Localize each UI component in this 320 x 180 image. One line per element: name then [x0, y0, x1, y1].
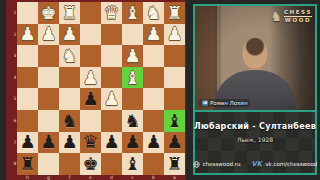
square-f2: ♟: [59, 24, 80, 46]
board-border: 12345678 hgfedcba ♚♜♛♝♞♜♟♟♟♟♟♞♟♟♝♟♟♞♞♝♟♟…: [6, 0, 186, 180]
black-pawn-c7: ♟: [124, 132, 140, 153]
black-pawn-e5: ♟: [82, 88, 98, 109]
vk-logo-icon: VK: [252, 160, 263, 168]
square-e2: [80, 24, 101, 46]
white-pawn-a2: ♟: [166, 24, 182, 45]
game-subtitle: Льеж, 1928: [237, 136, 273, 143]
white-pawn-c3: ♟: [124, 45, 140, 66]
black-king-e8: ♚: [82, 153, 98, 174]
square-f4: [59, 67, 80, 89]
square-e5: ♟: [80, 88, 101, 110]
square-d7: ♟: [101, 132, 122, 154]
square-d2: [101, 24, 122, 46]
globe-icon: [193, 161, 200, 168]
white-pawn-d5: ♟: [103, 88, 119, 109]
square-b6: [143, 110, 164, 132]
file-label-g: g: [38, 175, 59, 180]
square-a7: ♟: [164, 132, 185, 154]
white-bishop-c1: ♝: [124, 2, 140, 23]
square-b7: ♟: [143, 132, 164, 154]
square-f5: [59, 88, 80, 110]
square-b3: [143, 45, 164, 67]
square-h5: [17, 88, 38, 110]
video-thumbnail[interactable]: 12345678 hgfedcba ♚♜♛♝♞♜♟♟♟♟♟♞♟♟♝♟♟♞♞♝♟♟…: [0, 0, 320, 180]
square-b5: [143, 88, 164, 110]
square-e8: ♚: [80, 153, 101, 175]
webcam-photo: ♞ CHESS WOOD id Роман Лохин: [195, 6, 315, 110]
footer-links: chesswood.ru VK vk.com/chesswood: [195, 160, 315, 168]
file-label-c: c: [122, 175, 143, 180]
square-d5: ♟: [101, 88, 122, 110]
logo-line2: WOOD: [285, 17, 311, 24]
square-h7: ♟: [17, 132, 38, 154]
game-title: Любарский - Султанбеев: [194, 122, 316, 131]
square-d4: [101, 67, 122, 89]
file-label-e: e: [80, 175, 101, 180]
black-queen-e7: ♛: [82, 132, 98, 153]
white-pawn-g2: ♟: [40, 24, 56, 45]
square-c4: ♝: [122, 67, 143, 89]
board-grid: ♚♜♛♝♞♜♟♟♟♟♟♞♟♟♝♟♟♞♞♝♟♟♟♛♟♟♟♟♜♚♝♜: [17, 2, 185, 175]
file-label-a: a: [164, 175, 185, 180]
square-a8: ♜: [164, 153, 185, 175]
square-e4: ♟: [80, 67, 101, 89]
square-a6: ♝: [164, 110, 185, 132]
square-c1: ♝: [122, 2, 143, 24]
square-g5: [38, 88, 59, 110]
white-pawn-f2: ♟: [61, 24, 77, 45]
black-pawn-d7: ♟: [103, 132, 119, 153]
channel-logo: ♞ CHESS WOOD: [270, 9, 312, 24]
white-pawn-e4: ♟: [82, 67, 98, 88]
white-pawn-b2: ♟: [145, 24, 161, 45]
square-g1: ♚: [38, 2, 59, 24]
square-d6: [101, 110, 122, 132]
square-f7: ♟: [59, 132, 80, 154]
square-g7: ♟: [38, 132, 59, 154]
square-c7: ♟: [122, 132, 143, 154]
square-a4: [164, 67, 185, 89]
square-f8: [59, 153, 80, 175]
square-c5: [122, 88, 143, 110]
site-link-label: chesswood.ru: [203, 161, 241, 167]
square-a3: [164, 45, 185, 67]
black-pawn-g7: ♟: [40, 132, 56, 153]
square-e1: [80, 2, 101, 24]
black-pawn-f7: ♟: [61, 132, 77, 153]
black-knight-c6: ♞: [124, 110, 140, 131]
black-pawn-b7: ♟: [145, 132, 161, 153]
square-h2: ♟: [17, 24, 38, 46]
white-knight-f3: ♞: [61, 45, 77, 66]
white-king-g1: ♚: [40, 2, 56, 23]
square-e3: [80, 45, 101, 67]
square-d1: ♛: [101, 2, 122, 24]
square-h4: [17, 67, 38, 89]
square-f1: ♜: [59, 2, 80, 24]
vk-link[interactable]: VK vk.com/chesswood: [252, 160, 318, 168]
caption-area: Любарский - Султанбеев Льеж, 1928 chessw…: [195, 110, 315, 173]
vk-id-badge-icon: id: [202, 100, 208, 106]
file-label-d: d: [101, 175, 122, 180]
black-bishop-c8: ♝: [124, 153, 140, 174]
square-e6: [80, 110, 101, 132]
square-g3: [38, 45, 59, 67]
square-a1: ♜: [164, 2, 185, 24]
streamer-head: [243, 38, 268, 68]
file-label-h: h: [17, 175, 38, 180]
square-h8: ♜: [17, 153, 38, 175]
square-b4: [143, 67, 164, 89]
square-d8: [101, 153, 122, 175]
square-c2: [122, 24, 143, 46]
black-pawn-a7: ♟: [166, 132, 182, 153]
square-h6: [17, 110, 38, 132]
white-rook-f1: ♜: [61, 2, 77, 23]
square-b2: ♟: [143, 24, 164, 46]
black-rook-a8: ♜: [166, 153, 182, 174]
file-label-f: f: [59, 175, 80, 180]
square-e7: ♛: [80, 132, 101, 154]
vk-link-label: vk.com/chesswood: [265, 161, 317, 167]
channel-logo-text: CHESS WOOD: [284, 9, 312, 24]
square-g4: [38, 67, 59, 89]
square-g2: ♟: [38, 24, 59, 46]
stream-panel: ♞ CHESS WOOD id Роман Лохин Любарский - …: [193, 4, 317, 175]
square-g8: [38, 153, 59, 175]
black-bishop-a6: ♝: [166, 110, 182, 131]
square-d3: [101, 45, 122, 67]
knight-logo-icon: ♞: [270, 9, 282, 24]
square-b8: [143, 153, 164, 175]
black-rook-h8: ♜: [19, 153, 35, 174]
square-a2: ♟: [164, 24, 185, 46]
white-rook-a1: ♜: [166, 2, 182, 23]
white-queen-d1: ♛: [103, 2, 119, 23]
white-bishop-c4: ♝: [124, 67, 140, 88]
square-c8: ♝: [122, 153, 143, 175]
white-pawn-h2: ♟: [19, 24, 35, 45]
square-b1: ♞: [143, 2, 164, 24]
square-a5: [164, 88, 185, 110]
square-h3: [17, 45, 38, 67]
square-f3: ♞: [59, 45, 80, 67]
black-knight-f6: ♞: [61, 110, 77, 131]
square-c6: ♞: [122, 110, 143, 132]
streamer-name-tag: id Роман Лохин: [199, 99, 250, 107]
square-g6: [38, 110, 59, 132]
streamer-name: Роман Лохин: [210, 100, 247, 106]
site-link[interactable]: chesswood.ru: [193, 161, 241, 168]
room-door-edge: [215, 6, 217, 110]
square-h1: [17, 2, 38, 24]
streamer-neck: [249, 64, 261, 74]
black-pawn-h7: ♟: [19, 132, 35, 153]
white-knight-b1: ♞: [145, 2, 161, 23]
square-c3: ♟: [122, 45, 143, 67]
square-f6: ♞: [59, 110, 80, 132]
file-label-b: b: [143, 175, 164, 180]
